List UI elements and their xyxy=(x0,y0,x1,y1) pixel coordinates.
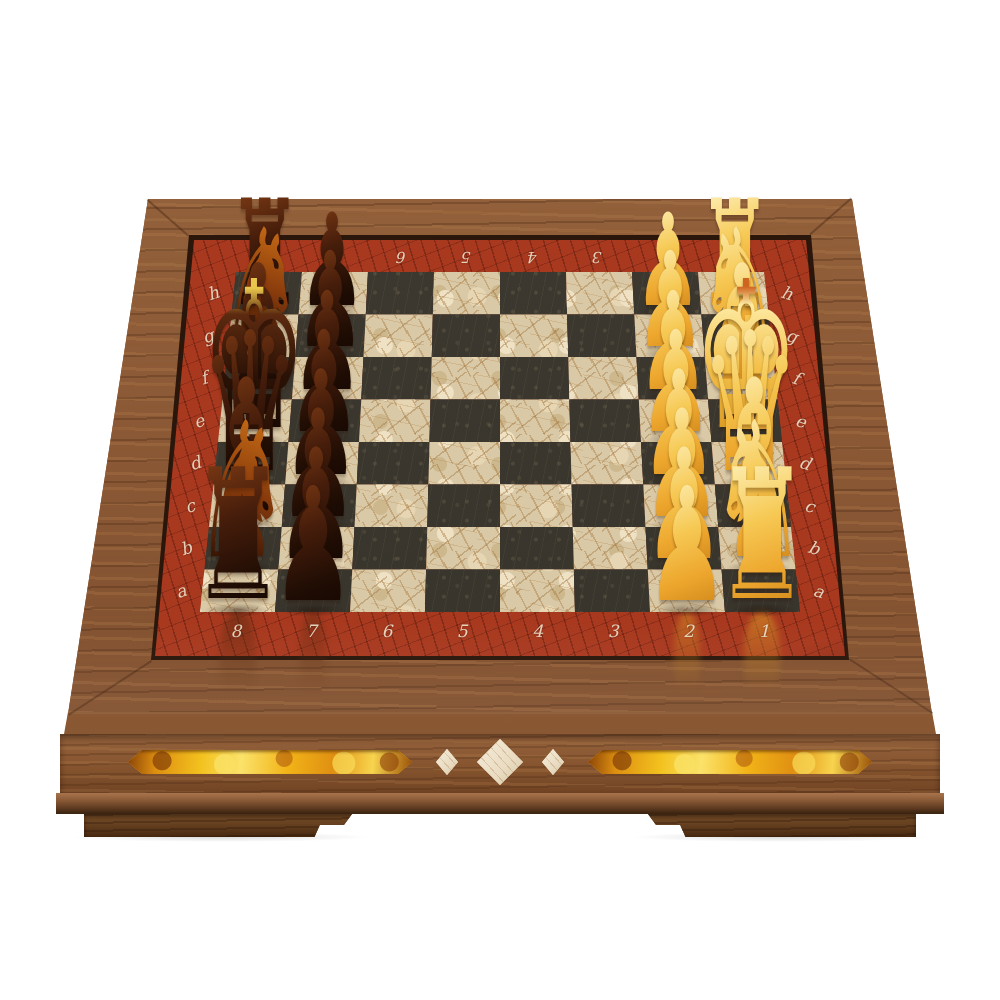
piece-black-pawn-a7[interactable]: ♟ xyxy=(272,482,354,608)
chess-box-photo: hgfedcbahgfedcba8765432187654321♜♞♝♛♚♝♞♜… xyxy=(0,0,1000,1000)
rank-label-bottom-3: 3 xyxy=(608,621,619,641)
rank-label-top-6: 6 xyxy=(397,248,407,266)
amber-inlay-strip-right xyxy=(588,750,872,774)
rank-label-bottom-5: 5 xyxy=(457,621,468,641)
rank-label-bottom-4: 4 xyxy=(532,621,543,641)
bracket-foot-right xyxy=(648,814,916,837)
piece-white-rook-a1[interactable]: ♜ xyxy=(715,464,809,609)
rank-label-bottom-6: 6 xyxy=(381,621,392,641)
bottom-molding xyxy=(56,793,944,814)
rank-label-top-4: 4 xyxy=(528,248,538,266)
piece-black-rook-a8[interactable]: ♜ xyxy=(191,464,285,609)
amber-inlay-strip-left xyxy=(128,750,412,774)
rank-label-top-5: 5 xyxy=(462,248,472,266)
rank-label-top-3: 3 xyxy=(594,248,604,266)
bracket-foot-left xyxy=(84,814,352,837)
